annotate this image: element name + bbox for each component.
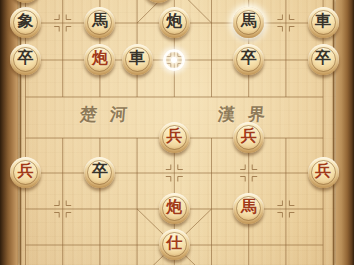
piece-black-cannon[interactable]: 炮 (159, 7, 190, 38)
piece-red-soldier[interactable]: 兵 (233, 122, 264, 153)
piece-red-cannon[interactable]: 炮 (84, 44, 115, 75)
river-label-chu-he: 楚河 (79, 103, 141, 126)
piece-glyph: 炮 (92, 50, 108, 66)
xiangqi-board: 楚河 漢界 象馬炮馬車卒炮車卒卒兵兵兵卒兵炮馬仕 (0, 0, 354, 265)
piece-glyph: 卒 (92, 163, 108, 179)
board-frame-right (336, 0, 354, 265)
piece-black-soldier[interactable]: 卒 (10, 44, 41, 75)
piece-red-cannon[interactable]: 炮 (159, 193, 190, 224)
piece-glyph: 馬 (241, 199, 257, 215)
piece-glyph: 馬 (241, 13, 257, 29)
piece-red-soldier[interactable]: 兵 (308, 157, 339, 188)
piece-black-soldier[interactable]: 卒 (308, 44, 339, 75)
piece-black-horse[interactable]: 馬 (233, 7, 264, 38)
piece-black-soldier[interactable]: 卒 (84, 157, 115, 188)
piece-glyph: 車 (315, 13, 331, 29)
piece-red-advisor[interactable]: 仕 (159, 229, 190, 260)
piece-black-soldier[interactable]: 卒 (233, 44, 264, 75)
piece-glyph: 兵 (241, 128, 257, 144)
piece-glyph: 象 (18, 13, 34, 29)
piece-glyph: 炮 (166, 199, 182, 215)
piece-glyph: 卒 (315, 50, 331, 66)
piece-glyph: 仕 (166, 235, 182, 251)
piece-black-chariot[interactable]: 車 (308, 7, 339, 38)
piece-glyph: 兵 (166, 128, 182, 144)
piece-glyph: 兵 (18, 163, 34, 179)
piece-glyph: 兵 (315, 163, 331, 179)
piece-glyph: 車 (129, 50, 145, 66)
piece-red-horse[interactable]: 馬 (233, 193, 264, 224)
piece-glyph: 炮 (166, 13, 182, 29)
piece-glyph: 馬 (92, 13, 108, 29)
piece-black-elephant[interactable]: 象 (10, 7, 41, 38)
piece-glyph: 卒 (241, 50, 257, 66)
piece-black-horse[interactable]: 馬 (84, 7, 115, 38)
piece-glyph: 卒 (18, 50, 34, 66)
piece-red-soldier[interactable]: 兵 (10, 157, 41, 188)
piece-red-soldier[interactable]: 兵 (159, 122, 190, 153)
piece-black-chariot[interactable]: 車 (122, 44, 153, 75)
board-frame-left (0, 0, 18, 265)
